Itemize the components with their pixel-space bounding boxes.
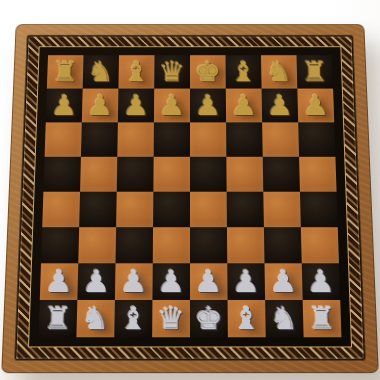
silver-king-piece: ♚	[195, 303, 223, 334]
square-b4[interactable]	[79, 192, 117, 228]
square-h5[interactable]	[299, 157, 337, 192]
brass-bishop-piece: ♝	[230, 58, 257, 86]
brass-rook-piece: ♜	[51, 58, 79, 86]
square-a7[interactable]: ♟	[46, 89, 83, 123]
square-f6[interactable]	[226, 122, 263, 156]
silver-pawn-piece: ♟	[45, 266, 74, 297]
square-a8[interactable]: ♜	[47, 55, 84, 88]
square-f8[interactable]: ♝	[226, 55, 262, 88]
silver-pawn-piece: ♟	[232, 266, 260, 297]
square-f3[interactable]	[227, 227, 265, 263]
square-h8[interactable]: ♜	[297, 55, 334, 88]
square-e3[interactable]	[190, 227, 227, 263]
square-a4[interactable]	[42, 192, 80, 228]
square-d3[interactable]	[153, 227, 190, 263]
silver-queen-piece: ♛	[157, 303, 185, 334]
square-h4[interactable]	[300, 192, 338, 228]
square-b2[interactable]: ♟	[77, 263, 115, 300]
square-h7[interactable]: ♟	[297, 89, 334, 123]
square-a5[interactable]	[43, 157, 81, 192]
silver-rook-piece: ♜	[43, 303, 72, 334]
brass-king-piece: ♚	[194, 58, 221, 86]
square-c5[interactable]	[117, 157, 154, 192]
square-f1[interactable]: ♝	[228, 300, 266, 337]
square-e1[interactable]: ♚	[190, 300, 228, 337]
brass-pawn-piece: ♟	[50, 91, 78, 119]
square-d5[interactable]	[153, 157, 190, 192]
square-g7[interactable]: ♟	[262, 89, 299, 123]
brass-knight-piece: ♞	[87, 58, 114, 86]
square-b7[interactable]: ♟	[82, 89, 119, 123]
square-g2[interactable]: ♟	[264, 263, 302, 300]
square-g1[interactable]: ♞	[265, 300, 303, 337]
square-g8[interactable]: ♞	[261, 55, 297, 88]
square-g3[interactable]	[264, 227, 302, 263]
square-g5[interactable]	[263, 157, 300, 192]
silver-bishop-piece: ♝	[232, 303, 261, 334]
brass-pawn-piece: ♟	[230, 91, 257, 119]
silver-knight-piece: ♞	[270, 303, 299, 334]
silver-pawn-piece: ♟	[269, 266, 298, 297]
square-a1[interactable]: ♜	[39, 300, 78, 337]
brass-bishop-piece: ♝	[123, 58, 150, 86]
brass-pawn-piece: ♟	[266, 91, 294, 119]
inner-black-border: ♜♞♝♛♚♝♞♜♟♟♟♟♟♟♟♟♟♟♟♟♟♟♟♟♜♞♝♛♚♝♞♜	[28, 46, 352, 347]
square-c7[interactable]: ♟	[118, 89, 154, 123]
brass-pawn-piece: ♟	[122, 91, 149, 119]
square-d4[interactable]	[153, 192, 190, 228]
square-f7[interactable]: ♟	[226, 89, 262, 123]
square-b8[interactable]: ♞	[83, 55, 119, 88]
chess-board: ♜♞♝♛♚♝♞♜♟♟♟♟♟♟♟♟♟♟♟♟♟♟♟♟♜♞♝♛♚♝♞♜	[39, 55, 342, 337]
brass-queen-piece: ♛	[159, 58, 186, 86]
square-e5[interactable]	[190, 157, 227, 192]
square-b3[interactable]	[78, 227, 116, 263]
square-d2[interactable]: ♟	[152, 263, 190, 300]
square-h1[interactable]: ♜	[303, 300, 342, 337]
silver-knight-piece: ♞	[81, 303, 110, 334]
silver-pawn-piece: ♟	[120, 266, 148, 297]
silver-bishop-piece: ♝	[119, 303, 148, 334]
square-g6[interactable]	[262, 122, 299, 156]
square-a6[interactable]	[45, 122, 82, 156]
square-c4[interactable]	[116, 192, 153, 228]
silver-pawn-piece: ♟	[306, 266, 335, 297]
brass-pawn-piece: ♟	[86, 91, 114, 119]
square-e7[interactable]: ♟	[190, 89, 226, 123]
square-f5[interactable]	[226, 157, 263, 192]
square-c2[interactable]: ♟	[115, 263, 153, 300]
square-e8[interactable]: ♚	[190, 55, 226, 88]
square-f4[interactable]	[227, 192, 264, 228]
square-c3[interactable]	[116, 227, 154, 263]
brass-pawn-piece: ♟	[302, 91, 330, 119]
square-c1[interactable]: ♝	[114, 300, 152, 337]
square-g4[interactable]	[263, 192, 301, 228]
square-e2[interactable]: ♟	[190, 263, 228, 300]
square-c6[interactable]	[117, 122, 154, 156]
silver-pawn-piece: ♟	[82, 266, 111, 297]
square-d7[interactable]: ♟	[154, 89, 190, 123]
square-e6[interactable]	[190, 122, 226, 156]
square-d8[interactable]: ♛	[154, 55, 190, 88]
brass-rook-piece: ♜	[301, 58, 329, 86]
square-d6[interactable]	[154, 122, 190, 156]
square-h6[interactable]	[298, 122, 335, 156]
square-b5[interactable]	[80, 157, 117, 192]
square-c8[interactable]: ♝	[118, 55, 154, 88]
brass-pawn-piece: ♟	[158, 91, 185, 119]
square-h2[interactable]: ♟	[302, 263, 340, 300]
square-d1[interactable]: ♛	[152, 300, 190, 337]
square-e4[interactable]	[190, 192, 227, 228]
silver-rook-piece: ♜	[307, 303, 336, 334]
silver-pawn-piece: ♟	[157, 266, 185, 297]
photo-background: ♜♞♝♛♚♝♞♜♟♟♟♟♟♟♟♟♟♟♟♟♟♟♟♟♜♞♝♛♚♝♞♜	[0, 0, 380, 380]
brass-knight-piece: ♞	[265, 58, 292, 86]
square-a3[interactable]	[41, 227, 79, 263]
square-b6[interactable]	[81, 122, 118, 156]
leather-frame: ♜♞♝♛♚♝♞♜♟♟♟♟♟♟♟♟♟♟♟♟♟♟♟♟♜♞♝♛♚♝♞♜	[1, 24, 379, 373]
square-f2[interactable]: ♟	[227, 263, 265, 300]
square-b1[interactable]: ♞	[76, 300, 114, 337]
brass-pawn-piece: ♟	[194, 91, 221, 119]
silver-pawn-piece: ♟	[195, 266, 223, 297]
square-h3[interactable]	[301, 227, 339, 263]
square-a2[interactable]: ♟	[40, 263, 78, 300]
carved-leaf-border: ♜♞♝♛♚♝♞♜♟♟♟♟♟♟♟♟♟♟♟♟♟♟♟♟♜♞♝♛♚♝♞♜	[15, 36, 365, 360]
